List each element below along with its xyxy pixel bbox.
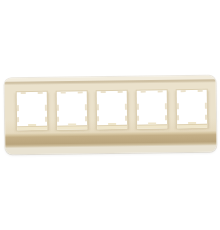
mount-tab-icon [21, 92, 26, 94]
window-bottom-lip [137, 124, 167, 128]
mount-tab-icon [101, 91, 106, 93]
mount-tab-icon [165, 115, 167, 120]
mount-tab-icon [68, 123, 76, 125]
window-bottom-lip [97, 125, 127, 129]
frame-window-opening [97, 91, 127, 129]
frame-windows-row [17, 90, 207, 130]
mount-tab-icon [97, 116, 99, 121]
mount-tab-icon [125, 116, 127, 121]
mount-tab-icon [57, 117, 59, 122]
mount-tab-icon [38, 92, 43, 94]
frame-window-opening [17, 92, 47, 130]
mount-tab-icon [137, 104, 139, 110]
mount-tab-icon [177, 115, 179, 120]
frame-window-opening [137, 90, 167, 128]
mount-tab-icon [181, 90, 186, 92]
mount-tab-icon [148, 122, 156, 124]
window-bottom-lip [57, 125, 87, 129]
mount-tab-icon [158, 90, 163, 92]
mount-tab-icon [61, 92, 66, 94]
mount-tab-icon [177, 103, 179, 109]
mount-tab-icon [137, 116, 139, 121]
mount-tab-icon [85, 116, 87, 121]
frame-window-opening [57, 91, 87, 129]
window-bottom-lip [177, 124, 207, 128]
mount-tab-icon [85, 104, 87, 110]
mount-tab-icon [188, 122, 196, 124]
mount-tab-icon [125, 104, 127, 110]
mount-tab-icon [97, 104, 99, 110]
window-bottom-lip [17, 126, 47, 130]
mount-tab-icon [205, 103, 207, 109]
mount-tab-icon [198, 90, 203, 92]
mount-tab-icon [28, 124, 36, 126]
switch-frame [5, 76, 217, 155]
mount-tab-icon [205, 115, 207, 120]
mount-tab-icon [17, 117, 19, 122]
mount-tab-icon [165, 103, 167, 109]
mount-tab-icon [108, 123, 116, 125]
frame-window-opening [177, 90, 207, 128]
product-photo [0, 0, 220, 230]
mount-tab-icon [118, 91, 123, 93]
mount-tab-icon [78, 91, 83, 93]
mount-tab-icon [45, 117, 47, 122]
mount-tab-icon [141, 91, 146, 93]
mount-tab-icon [17, 105, 19, 111]
mount-tab-icon [45, 105, 47, 111]
mount-tab-icon [57, 105, 59, 111]
